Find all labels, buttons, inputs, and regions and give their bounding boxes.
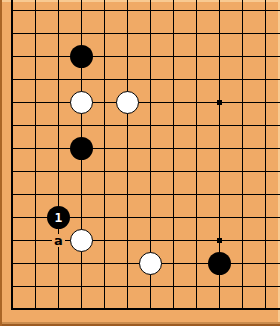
white-stone-G3	[139, 252, 162, 275]
black-stone-D12	[70, 45, 93, 68]
move-number-label: 1	[55, 211, 63, 224]
horizontal-grid-line	[11, 171, 280, 172]
horizontal-grid-line	[11, 10, 280, 11]
horizontal-grid-line	[11, 148, 280, 149]
horizontal-grid-line	[11, 33, 280, 34]
horizontal-grid-line	[11, 79, 280, 80]
black-stone-C5: 1	[47, 206, 70, 229]
horizontal-grid-line	[11, 194, 280, 195]
horizontal-grid-line	[11, 56, 280, 57]
white-stone-F10	[116, 91, 139, 114]
black-stone-D8	[70, 137, 93, 160]
horizontal-grid-line	[11, 125, 280, 126]
horizontal-grid-line	[11, 286, 280, 287]
go-board: a1	[0, 0, 280, 326]
hoshi-point-K4	[217, 238, 222, 243]
hoshi-point-K10	[217, 100, 222, 105]
white-stone-D4	[70, 229, 93, 252]
white-stone-D10	[70, 91, 93, 114]
horizontal-grid-line	[11, 102, 280, 103]
point-label-a: a	[52, 234, 65, 247]
black-stone-K3	[208, 252, 231, 275]
horizontal-grid-line	[11, 308, 280, 310]
